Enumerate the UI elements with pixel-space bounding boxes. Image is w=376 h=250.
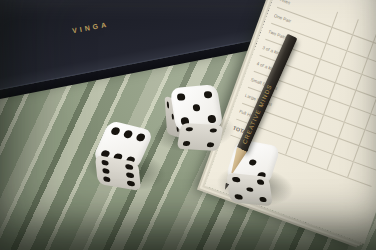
die-pip: [167, 101, 170, 108]
die-pip: [123, 130, 134, 139]
die-pip: [235, 194, 243, 200]
die-pip: [186, 127, 194, 132]
die-pip: [101, 160, 109, 166]
die-pip: [206, 142, 214, 147]
marble-table-scene: VINGA FivesOne PairTwo Pairs3 of a kind4…: [0, 0, 376, 250]
die-pip: [110, 127, 121, 136]
die-pip: [102, 168, 110, 174]
die-pip: [103, 176, 111, 182]
die-middle: [167, 86, 229, 154]
die-pip: [207, 115, 216, 123]
die-pip: [183, 141, 191, 146]
die-pip: [209, 128, 217, 133]
die-pip: [248, 159, 258, 167]
die-pip: [246, 187, 254, 193]
die-pip: [259, 196, 267, 202]
die-pip: [177, 93, 186, 101]
die-pip: [135, 133, 146, 142]
die-pip: [256, 180, 264, 186]
die-pip: [126, 172, 134, 178]
die-pip: [192, 104, 201, 112]
die-pip: [203, 91, 212, 99]
die-pip: [127, 180, 135, 186]
die-front-face: [177, 123, 224, 151]
die-pip: [125, 164, 133, 170]
